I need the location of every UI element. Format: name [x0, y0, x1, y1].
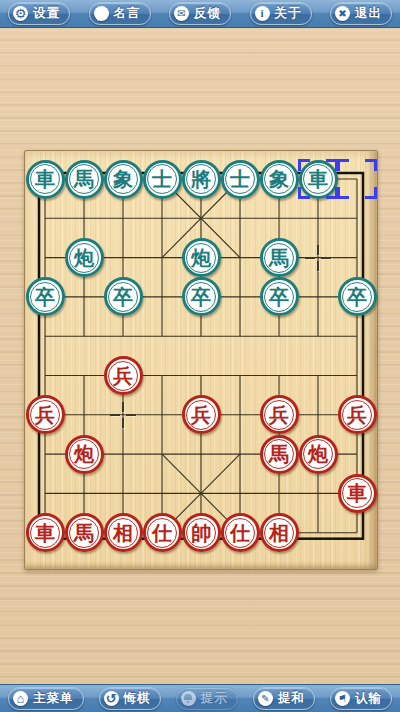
close-icon: ✖	[335, 6, 350, 21]
app-screen: ⚙ 设置 名言 ✉ 反馈 i 关于 ✖ 退出 車馬象士將士象車炮炮馬卒卒卒卒卒兵…	[0, 0, 400, 712]
undo-icon: ↺	[104, 691, 119, 706]
piece-black-cannon[interactable]: 炮	[65, 238, 104, 277]
top-toolbar: ⚙ 设置 名言 ✉ 反馈 i 关于 ✖ 退出	[0, 0, 400, 28]
piece-red-advisor[interactable]: 仕	[221, 513, 260, 552]
board-grid	[25, 151, 377, 569]
quotes-button-label: 名言	[114, 5, 141, 22]
piece-red-soldier[interactable]: 兵	[26, 395, 65, 434]
about-button-label: 关于	[275, 5, 302, 22]
piece-black-horse[interactable]: 馬	[65, 160, 104, 199]
resign-button[interactable]: ⚑ 认输	[330, 687, 392, 710]
settings-button[interactable]: ⚙ 设置	[8, 2, 70, 25]
piece-red-soldier[interactable]: 兵	[260, 395, 299, 434]
piece-black-advisor[interactable]: 士	[143, 160, 182, 199]
piece-black-soldier[interactable]: 卒	[338, 277, 377, 316]
bell-icon	[181, 691, 196, 706]
resign-button-label: 认输	[355, 690, 382, 707]
piece-red-soldier[interactable]: 兵	[338, 395, 377, 434]
quotes-button[interactable]: 名言	[89, 2, 151, 25]
feedback-button[interactable]: ✉ 反馈	[169, 2, 231, 25]
piece-red-cannon[interactable]: 炮	[299, 435, 338, 474]
xiangqi-board[interactable]: 車馬象士將士象車炮炮馬卒卒卒卒卒兵兵兵兵兵炮馬炮車車馬相仕帥仕相	[24, 150, 378, 570]
last-move-cross-marker	[110, 402, 136, 428]
piece-black-soldier[interactable]: 卒	[260, 277, 299, 316]
piece-black-advisor[interactable]: 士	[221, 160, 260, 199]
piece-black-horse[interactable]: 馬	[260, 238, 299, 277]
piece-red-horse[interactable]: 馬	[65, 513, 104, 552]
piece-black-rook[interactable]: 車	[26, 160, 65, 199]
piece-red-soldier[interactable]: 兵	[182, 395, 221, 434]
last-move-cross-marker	[305, 245, 331, 271]
bottom-toolbar: ⌂ 主菜单 ↺ 悔棋 提示 ✎ 提和 ⚑ 认输	[0, 684, 400, 712]
undo-move-button[interactable]: ↺ 悔棋	[99, 687, 161, 710]
main-menu-button[interactable]: ⌂ 主菜单	[8, 687, 84, 710]
feedback-button-label: 反馈	[194, 5, 221, 22]
piece-red-cannon[interactable]: 炮	[65, 435, 104, 474]
piece-red-rook[interactable]: 車	[338, 474, 377, 513]
gear-icon: ⚙	[13, 6, 28, 21]
home-icon: ⌂	[13, 691, 28, 706]
piece-black-soldier[interactable]: 卒	[182, 277, 221, 316]
piece-black-general[interactable]: 將	[182, 160, 221, 199]
hint-button-label: 提示	[201, 690, 228, 707]
speech-bubble-icon	[94, 6, 109, 21]
piece-red-elephant[interactable]: 相	[104, 513, 143, 552]
exit-button[interactable]: ✖ 退出	[330, 2, 392, 25]
offer-draw-button-label: 提和	[278, 690, 305, 707]
piece-red-rook[interactable]: 車	[26, 513, 65, 552]
offer-draw-button[interactable]: ✎ 提和	[253, 687, 315, 710]
piece-black-rook[interactable]: 車	[299, 160, 338, 199]
piece-red-horse[interactable]: 馬	[260, 435, 299, 474]
piece-red-advisor[interactable]: 仕	[143, 513, 182, 552]
piece-red-elephant[interactable]: 相	[260, 513, 299, 552]
info-icon: i	[255, 6, 270, 21]
piece-black-cannon[interactable]: 炮	[182, 238, 221, 277]
settings-button-label: 设置	[33, 5, 60, 22]
envelope-icon: ✉	[174, 6, 189, 21]
piece-red-soldier[interactable]: 兵	[104, 356, 143, 395]
flag-icon: ⚑	[335, 691, 350, 706]
piece-black-soldier[interactable]: 卒	[26, 277, 65, 316]
piece-black-elephant[interactable]: 象	[260, 160, 299, 199]
piece-black-elephant[interactable]: 象	[104, 160, 143, 199]
hint-button: 提示	[176, 687, 238, 710]
about-button[interactable]: i 关于	[250, 2, 312, 25]
pencil-icon: ✎	[258, 691, 273, 706]
piece-black-soldier[interactable]: 卒	[104, 277, 143, 316]
undo-move-button-label: 悔棋	[124, 690, 151, 707]
piece-red-general[interactable]: 帥	[182, 513, 221, 552]
main-menu-button-label: 主菜单	[33, 690, 74, 707]
exit-button-label: 退出	[355, 5, 382, 22]
